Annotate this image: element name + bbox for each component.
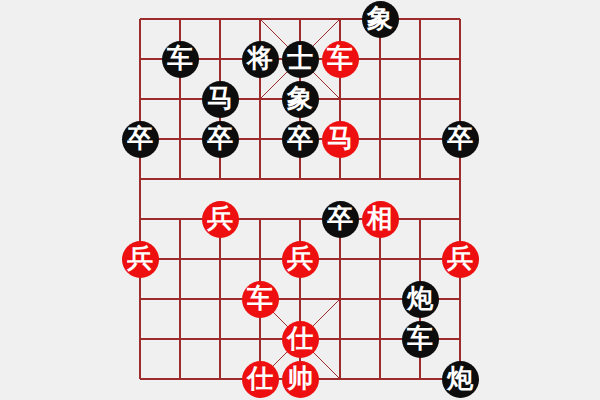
- board-point-f2r2[interactable]: 马: [200, 79, 240, 119]
- red-piece[interactable]: 兵: [282, 241, 319, 278]
- board-point-f2r5[interactable]: 兵: [200, 199, 240, 239]
- point-marker-corner: [423, 88, 431, 96]
- board-point-f3r6[interactable]: [240, 239, 280, 279]
- board-point-f8r8[interactable]: [440, 319, 480, 359]
- point-marker-corner: [223, 262, 231, 270]
- point-marker-corner: [369, 142, 377, 150]
- board-point-f4r4[interactable]: [280, 159, 320, 199]
- board-point-f3r5[interactable]: [240, 199, 280, 239]
- board-grid: 象车将士车马象卒卒卒马卒兵卒相兵兵兵车炮仕车仕帅炮: [120, 0, 480, 399]
- black-piece[interactable]: 马: [202, 81, 239, 118]
- board-point-f8r0[interactable]: [440, 0, 480, 39]
- point-marker-corner: [369, 128, 377, 136]
- point-marker-corner: [423, 102, 431, 110]
- board-point-f5r0[interactable]: [320, 0, 360, 39]
- black-piece[interactable]: 炮: [402, 281, 439, 318]
- board-point-f2r8[interactable]: [200, 319, 240, 359]
- red-piece[interactable]: 仕: [242, 361, 279, 398]
- board-point-f7r7[interactable]: 炮: [400, 279, 440, 319]
- board-point-f3r1[interactable]: 将: [240, 39, 280, 79]
- board-point-f6r5[interactable]: 相: [360, 199, 400, 239]
- board-point-f3r0[interactable]: [240, 0, 280, 39]
- board-point-f2r1[interactable]: [200, 39, 240, 79]
- board-point-f6r3[interactable]: [360, 119, 400, 159]
- board-point-f5r5[interactable]: 卒: [320, 199, 360, 239]
- point-marker-corner: [383, 128, 391, 136]
- board-point-f5r1[interactable]: 车: [320, 39, 360, 79]
- red-piece[interactable]: 兵: [442, 241, 479, 278]
- board-point-f6r7[interactable]: [360, 279, 400, 319]
- red-piece[interactable]: 车: [322, 41, 359, 78]
- red-piece[interactable]: 兵: [122, 241, 159, 278]
- board-point-f8r2[interactable]: [440, 79, 480, 119]
- board-point-f3r9[interactable]: 仕: [240, 359, 280, 399]
- board-point-f0r1[interactable]: [120, 39, 160, 79]
- board-point-f6r4[interactable]: [360, 159, 400, 199]
- black-piece[interactable]: 士: [282, 41, 319, 78]
- board-point-f3r8[interactable]: [240, 319, 280, 359]
- board-point-f6r2[interactable]: [360, 79, 400, 119]
- board-point-f8r5[interactable]: [440, 199, 480, 239]
- point-marker-corner: [369, 248, 377, 256]
- board-point-f1r5[interactable]: [160, 199, 200, 239]
- point-marker: [369, 248, 391, 270]
- board-point-f0r2[interactable]: [120, 79, 160, 119]
- board-point-f0r4[interactable]: [120, 159, 160, 199]
- board-point-f0r3[interactable]: 卒: [120, 119, 160, 159]
- board-point-f7r6[interactable]: [400, 239, 440, 279]
- board-point-f4r2[interactable]: 象: [280, 79, 320, 119]
- board-point-f8r7[interactable]: [440, 279, 480, 319]
- black-piece[interactable]: 将: [242, 41, 279, 78]
- board-point-f7r5[interactable]: [400, 199, 440, 239]
- board-point-f4r5[interactable]: [280, 199, 320, 239]
- board-point-f4r3[interactable]: 卒: [280, 119, 320, 159]
- point-marker-corner: [169, 102, 177, 110]
- board-point-f8r6[interactable]: 兵: [440, 239, 480, 279]
- red-piece[interactable]: 仕: [282, 321, 319, 358]
- point-marker: [169, 288, 191, 310]
- board-point-f5r6[interactable]: [320, 239, 360, 279]
- board-point-f1r7[interactable]: [160, 279, 200, 319]
- board-point-f5r9[interactable]: [320, 359, 360, 399]
- point-marker-corner: [209, 262, 217, 270]
- board-point-f2r4[interactable]: [200, 159, 240, 199]
- point-marker-corner: [169, 302, 177, 310]
- black-piece[interactable]: 卒: [322, 201, 359, 238]
- point-marker: [369, 128, 391, 150]
- board-point-f1r6[interactable]: [160, 239, 200, 279]
- board-point-f7r3[interactable]: [400, 119, 440, 159]
- board-point-f5r2[interactable]: [320, 79, 360, 119]
- board-point-f8r4[interactable]: [440, 159, 480, 199]
- point-marker-corner: [209, 248, 217, 256]
- board-point-f6r1[interactable]: [360, 39, 400, 79]
- board-point-f4r8[interactable]: 仕: [280, 319, 320, 359]
- board-point-f7r8[interactable]: 车: [400, 319, 440, 359]
- black-piece[interactable]: 卒: [282, 121, 319, 158]
- black-piece[interactable]: 卒: [202, 121, 239, 158]
- board-point-f1r8[interactable]: [160, 319, 200, 359]
- board-point-f5r3[interactable]: 马: [320, 119, 360, 159]
- board-point-f7r0[interactable]: [400, 0, 440, 39]
- board-point-f5r7[interactable]: [320, 279, 360, 319]
- board-point-f8r1[interactable]: [440, 39, 480, 79]
- board-point-f0r9[interactable]: [120, 359, 160, 399]
- red-piece[interactable]: 兵: [202, 201, 239, 238]
- board-point-f6r8[interactable]: [360, 319, 400, 359]
- point-marker-corner: [383, 262, 391, 270]
- black-piece[interactable]: 炮: [442, 361, 479, 398]
- board-point-f4r7[interactable]: [280, 279, 320, 319]
- board-point-f6r0[interactable]: 象: [360, 0, 400, 39]
- board-point-f3r4[interactable]: [240, 159, 280, 199]
- point-marker-corner: [223, 248, 231, 256]
- red-piece[interactable]: 相: [362, 201, 399, 238]
- point-marker-corner: [183, 302, 191, 310]
- point-marker-corner: [169, 288, 177, 296]
- board-point-f7r4[interactable]: [400, 159, 440, 199]
- point-marker: [209, 248, 231, 270]
- point-marker-corner: [169, 88, 177, 96]
- board-point-f1r1[interactable]: 车: [160, 39, 200, 79]
- black-piece[interactable]: 车: [402, 321, 439, 358]
- board-point-f0r7[interactable]: [120, 279, 160, 319]
- point-marker-corner: [183, 288, 191, 296]
- red-piece[interactable]: 车: [242, 281, 279, 318]
- board-point-f3r7[interactable]: 车: [240, 279, 280, 319]
- board-point-f4r9[interactable]: 帅: [280, 359, 320, 399]
- board-point-f6r6[interactable]: [360, 239, 400, 279]
- point-marker-corner: [409, 102, 417, 110]
- board-point-f7r1[interactable]: [400, 39, 440, 79]
- xiangqi-board: 象车将士车马象卒卒卒马卒兵卒相兵兵兵车炮仕车仕帅炮: [0, 0, 600, 400]
- red-piece[interactable]: 马: [322, 121, 359, 158]
- board-point-f1r3[interactable]: [160, 119, 200, 159]
- board-point-f2r9[interactable]: [200, 359, 240, 399]
- board-point-f7r9[interactable]: [400, 359, 440, 399]
- board-point-f4r0[interactable]: [280, 0, 320, 39]
- board-point-f0r6[interactable]: 兵: [120, 239, 160, 279]
- black-piece[interactable]: 卒: [122, 121, 159, 158]
- board-point-f7r2[interactable]: [400, 79, 440, 119]
- board-point-f2r7[interactable]: [200, 279, 240, 319]
- board-point-f8r3[interactable]: 卒: [440, 119, 480, 159]
- point-marker-corner: [383, 248, 391, 256]
- point-marker-corner: [183, 102, 191, 110]
- black-piece[interactable]: 卒: [442, 121, 479, 158]
- black-piece[interactable]: 象: [282, 81, 319, 118]
- board-point-f1r9[interactable]: [160, 359, 200, 399]
- board-point-f5r4[interactable]: [320, 159, 360, 199]
- board-point-f8r9[interactable]: 炮: [440, 359, 480, 399]
- point-marker-corner: [183, 88, 191, 96]
- point-marker-corner: [383, 142, 391, 150]
- board-point-f3r2[interactable]: [240, 79, 280, 119]
- board-point-f4r6[interactable]: 兵: [280, 239, 320, 279]
- board-point-f3r3[interactable]: [240, 119, 280, 159]
- board-point-f6r9[interactable]: [360, 359, 400, 399]
- board-point-f0r8[interactable]: [120, 319, 160, 359]
- board-point-f5r8[interactable]: [320, 319, 360, 359]
- point-marker-corner: [369, 262, 377, 270]
- point-marker-corner: [409, 88, 417, 96]
- black-piece[interactable]: 象: [362, 1, 399, 38]
- board-point-f0r0[interactable]: [120, 0, 160, 39]
- board-point-f2r3[interactable]: 卒: [200, 119, 240, 159]
- board-point-f1r4[interactable]: [160, 159, 200, 199]
- board-point-f4r1[interactable]: 士: [280, 39, 320, 79]
- red-piece[interactable]: 帅: [282, 361, 319, 398]
- black-piece[interactable]: 车: [162, 41, 199, 78]
- board-point-f0r5[interactable]: [120, 199, 160, 239]
- point-marker: [409, 88, 431, 110]
- board-point-f1r2[interactable]: [160, 79, 200, 119]
- board-point-f2r0[interactable]: [200, 0, 240, 39]
- board-point-f1r0[interactable]: [160, 0, 200, 39]
- point-marker: [169, 88, 191, 110]
- board-point-f2r6[interactable]: [200, 239, 240, 279]
